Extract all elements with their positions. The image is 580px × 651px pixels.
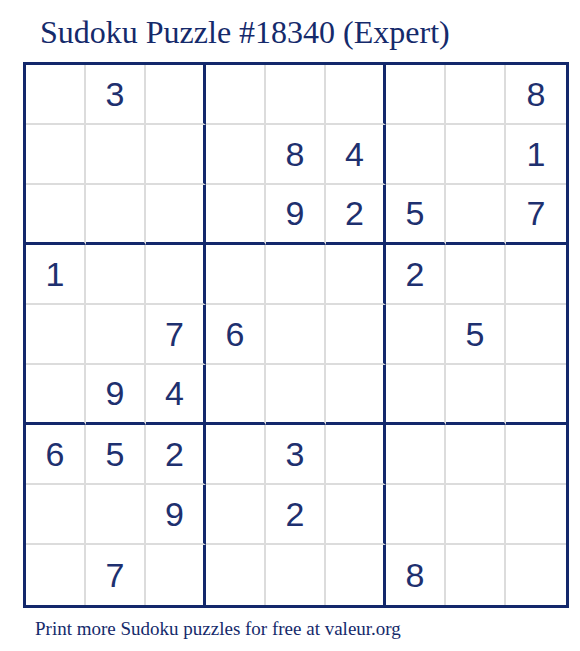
cell-r6c3: 4 bbox=[146, 365, 206, 425]
cell-r6c5 bbox=[266, 365, 326, 425]
cell-r1c5 bbox=[266, 65, 326, 125]
cell-r6c4 bbox=[206, 365, 266, 425]
cell-r5c1 bbox=[26, 305, 86, 365]
cell-r4c7: 2 bbox=[386, 245, 446, 305]
cell-r9c7: 8 bbox=[386, 545, 446, 605]
cell-r2c1 bbox=[26, 125, 86, 185]
cell-r9c3 bbox=[146, 545, 206, 605]
page-title: Sudoku Puzzle #18340 (Expert) bbox=[40, 16, 450, 48]
cell-r6c9 bbox=[506, 365, 566, 425]
cell-r4c1: 1 bbox=[26, 245, 86, 305]
cell-r5c4: 6 bbox=[206, 305, 266, 365]
cell-r3c2 bbox=[86, 185, 146, 245]
cell-r8c5: 2 bbox=[266, 485, 326, 545]
footer-text: Print more Sudoku puzzles for free at va… bbox=[35, 617, 401, 641]
cell-r5c3: 7 bbox=[146, 305, 206, 365]
cell-r9c6 bbox=[326, 545, 386, 605]
cell-r6c2: 9 bbox=[86, 365, 146, 425]
cell-r2c7 bbox=[386, 125, 446, 185]
cell-r7c5: 3 bbox=[266, 425, 326, 485]
cell-r7c4 bbox=[206, 425, 266, 485]
cell-r6c6 bbox=[326, 365, 386, 425]
cell-r8c8 bbox=[446, 485, 506, 545]
cell-r4c9 bbox=[506, 245, 566, 305]
cell-r1c7 bbox=[386, 65, 446, 125]
cell-r8c4 bbox=[206, 485, 266, 545]
cell-r9c5 bbox=[266, 545, 326, 605]
cell-r7c1: 6 bbox=[26, 425, 86, 485]
cell-r7c6 bbox=[326, 425, 386, 485]
cell-r7c3: 2 bbox=[146, 425, 206, 485]
cell-r9c9 bbox=[506, 545, 566, 605]
cell-r1c6 bbox=[326, 65, 386, 125]
cell-r2c4 bbox=[206, 125, 266, 185]
cell-r9c2: 7 bbox=[86, 545, 146, 605]
cell-r8c6 bbox=[326, 485, 386, 545]
cell-r3c7: 5 bbox=[386, 185, 446, 245]
cell-r3c3 bbox=[146, 185, 206, 245]
cell-r2c8 bbox=[446, 125, 506, 185]
cell-r3c8 bbox=[446, 185, 506, 245]
cell-r4c4 bbox=[206, 245, 266, 305]
cell-r5c6 bbox=[326, 305, 386, 365]
cell-r8c1 bbox=[26, 485, 86, 545]
cell-r4c5 bbox=[266, 245, 326, 305]
cell-r9c1 bbox=[26, 545, 86, 605]
cell-r7c2: 5 bbox=[86, 425, 146, 485]
cell-r4c6 bbox=[326, 245, 386, 305]
cell-r6c7 bbox=[386, 365, 446, 425]
cell-r3c6: 2 bbox=[326, 185, 386, 245]
cell-r5c7 bbox=[386, 305, 446, 365]
cell-r1c2: 3 bbox=[86, 65, 146, 125]
cell-r3c4 bbox=[206, 185, 266, 245]
cell-r7c9 bbox=[506, 425, 566, 485]
sudoku-board: 388419257127659465239278 bbox=[23, 62, 569, 608]
cell-r1c9: 8 bbox=[506, 65, 566, 125]
cell-r3c5: 9 bbox=[266, 185, 326, 245]
cell-r2c6: 4 bbox=[326, 125, 386, 185]
cell-r8c3: 9 bbox=[146, 485, 206, 545]
cell-r1c1 bbox=[26, 65, 86, 125]
cell-r2c9: 1 bbox=[506, 125, 566, 185]
cell-r5c8: 5 bbox=[446, 305, 506, 365]
cell-r4c2 bbox=[86, 245, 146, 305]
cell-r6c1 bbox=[26, 365, 86, 425]
cell-r3c1 bbox=[26, 185, 86, 245]
cell-r7c7 bbox=[386, 425, 446, 485]
cell-r5c9 bbox=[506, 305, 566, 365]
cell-r5c5 bbox=[266, 305, 326, 365]
cell-r9c8 bbox=[446, 545, 506, 605]
cell-r2c5: 8 bbox=[266, 125, 326, 185]
cell-r3c9: 7 bbox=[506, 185, 566, 245]
cell-r9c4 bbox=[206, 545, 266, 605]
cell-r1c3 bbox=[146, 65, 206, 125]
cell-r1c4 bbox=[206, 65, 266, 125]
cell-r8c9 bbox=[506, 485, 566, 545]
cell-r4c8 bbox=[446, 245, 506, 305]
sudoku-page: Sudoku Puzzle #18340 (Expert) 3884192571… bbox=[0, 0, 580, 651]
cell-r4c3 bbox=[146, 245, 206, 305]
cell-r7c8 bbox=[446, 425, 506, 485]
cell-r1c8 bbox=[446, 65, 506, 125]
cell-r6c8 bbox=[446, 365, 506, 425]
cell-r8c7 bbox=[386, 485, 446, 545]
cell-r2c3 bbox=[146, 125, 206, 185]
cell-r8c2 bbox=[86, 485, 146, 545]
cell-r2c2 bbox=[86, 125, 146, 185]
cell-r5c2 bbox=[86, 305, 146, 365]
